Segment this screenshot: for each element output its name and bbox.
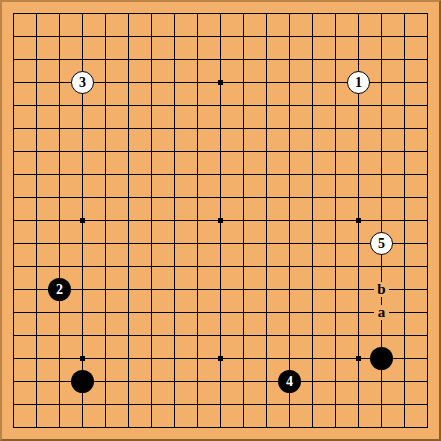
intersection — [2, 186, 25, 209]
intersection — [347, 255, 370, 278]
intersection — [370, 2, 393, 25]
intersection — [416, 163, 439, 186]
intersection — [163, 255, 186, 278]
intersection: b — [370, 278, 393, 301]
intersection — [186, 232, 209, 255]
intersection — [301, 71, 324, 94]
intersection — [25, 71, 48, 94]
intersection — [301, 370, 324, 393]
intersection — [94, 163, 117, 186]
intersection — [71, 278, 94, 301]
intersection — [163, 163, 186, 186]
intersection — [2, 209, 25, 232]
intersection — [71, 301, 94, 324]
intersection — [71, 209, 94, 232]
intersection — [393, 232, 416, 255]
intersection — [324, 25, 347, 48]
intersection — [232, 48, 255, 71]
intersection — [278, 117, 301, 140]
intersection — [117, 163, 140, 186]
intersection — [71, 186, 94, 209]
intersection — [25, 209, 48, 232]
intersection — [48, 71, 71, 94]
intersection — [163, 347, 186, 370]
intersection — [25, 347, 48, 370]
intersection — [140, 71, 163, 94]
intersection — [347, 324, 370, 347]
intersection — [163, 2, 186, 25]
intersection — [117, 232, 140, 255]
intersection — [71, 163, 94, 186]
intersection — [117, 278, 140, 301]
intersection — [48, 48, 71, 71]
black-stone: 4 — [278, 370, 301, 393]
intersection — [94, 301, 117, 324]
intersection — [186, 48, 209, 71]
intersection — [255, 2, 278, 25]
intersection — [209, 255, 232, 278]
intersection — [140, 186, 163, 209]
intersection — [140, 255, 163, 278]
intersection — [209, 393, 232, 416]
star-point — [356, 356, 361, 361]
intersection — [324, 117, 347, 140]
intersection — [48, 25, 71, 48]
intersection — [324, 2, 347, 25]
intersection — [186, 209, 209, 232]
intersection — [48, 232, 71, 255]
intersection — [370, 347, 393, 370]
intersection — [186, 416, 209, 439]
intersection — [278, 25, 301, 48]
intersection — [416, 324, 439, 347]
intersection — [278, 48, 301, 71]
go-board: 3152ba4 — [2, 2, 439, 439]
intersection — [416, 370, 439, 393]
intersection — [48, 94, 71, 117]
intersection — [163, 301, 186, 324]
intersection — [278, 140, 301, 163]
intersection — [163, 25, 186, 48]
intersection — [232, 163, 255, 186]
intersection — [48, 163, 71, 186]
intersection — [393, 347, 416, 370]
intersection — [393, 186, 416, 209]
intersection — [232, 393, 255, 416]
intersection — [393, 94, 416, 117]
intersection — [232, 186, 255, 209]
intersection — [209, 278, 232, 301]
intersection — [25, 232, 48, 255]
intersection — [416, 301, 439, 324]
intersection — [393, 140, 416, 163]
intersection — [347, 370, 370, 393]
intersection — [209, 2, 232, 25]
intersection — [255, 117, 278, 140]
intersection — [324, 163, 347, 186]
intersection — [186, 393, 209, 416]
intersection — [71, 2, 94, 25]
intersection — [347, 393, 370, 416]
intersection — [232, 117, 255, 140]
intersection — [71, 48, 94, 71]
intersection — [416, 347, 439, 370]
intersection — [232, 140, 255, 163]
intersection — [416, 209, 439, 232]
intersection — [324, 71, 347, 94]
intersection — [393, 393, 416, 416]
intersection — [393, 2, 416, 25]
black-stone — [71, 370, 94, 393]
intersection — [48, 393, 71, 416]
intersection — [416, 416, 439, 439]
star-point — [80, 356, 85, 361]
intersection — [347, 25, 370, 48]
intersection — [94, 370, 117, 393]
intersection — [163, 232, 186, 255]
intersection — [117, 48, 140, 71]
intersection — [25, 163, 48, 186]
intersection — [186, 255, 209, 278]
intersection: 2 — [48, 278, 71, 301]
intersection — [2, 163, 25, 186]
intersection — [393, 25, 416, 48]
intersection — [370, 209, 393, 232]
intersection — [370, 255, 393, 278]
intersection — [163, 71, 186, 94]
intersection — [163, 370, 186, 393]
intersection — [25, 117, 48, 140]
intersection — [48, 117, 71, 140]
intersection — [278, 255, 301, 278]
intersection — [117, 370, 140, 393]
intersection — [71, 370, 94, 393]
intersection — [232, 232, 255, 255]
intersection — [140, 416, 163, 439]
intersection — [232, 209, 255, 232]
intersection — [117, 140, 140, 163]
intersection — [71, 140, 94, 163]
intersection — [209, 416, 232, 439]
intersection — [209, 140, 232, 163]
intersection — [94, 209, 117, 232]
intersection: 1 — [347, 71, 370, 94]
intersection — [71, 255, 94, 278]
intersection — [278, 324, 301, 347]
intersection — [232, 71, 255, 94]
intersection — [71, 94, 94, 117]
intersection: a — [370, 301, 393, 324]
intersection — [324, 255, 347, 278]
intersection — [347, 209, 370, 232]
intersection — [324, 416, 347, 439]
intersection — [347, 232, 370, 255]
intersection — [94, 278, 117, 301]
intersection — [71, 393, 94, 416]
white-stone: 1 — [347, 71, 370, 94]
intersection — [278, 71, 301, 94]
intersection: 4 — [278, 370, 301, 393]
intersection — [2, 324, 25, 347]
intersection — [2, 416, 25, 439]
intersection — [163, 117, 186, 140]
intersection — [94, 186, 117, 209]
intersection — [393, 255, 416, 278]
intersection — [232, 301, 255, 324]
intersection — [232, 324, 255, 347]
star-point — [218, 356, 223, 361]
intersection — [301, 25, 324, 48]
intersection — [278, 416, 301, 439]
intersection — [301, 232, 324, 255]
white-stone: 3 — [71, 71, 94, 94]
intersection — [255, 416, 278, 439]
intersection — [94, 71, 117, 94]
intersection — [2, 2, 25, 25]
intersection — [117, 71, 140, 94]
intersection — [301, 301, 324, 324]
intersection — [2, 25, 25, 48]
intersection — [347, 186, 370, 209]
intersection — [209, 117, 232, 140]
intersection — [117, 25, 140, 48]
intersection — [94, 48, 117, 71]
intersection — [232, 255, 255, 278]
intersection — [301, 416, 324, 439]
intersection — [278, 393, 301, 416]
intersection — [416, 117, 439, 140]
intersection — [94, 347, 117, 370]
intersection — [301, 209, 324, 232]
intersection — [347, 2, 370, 25]
intersection — [209, 324, 232, 347]
intersection — [255, 209, 278, 232]
intersection — [163, 209, 186, 232]
intersection — [209, 48, 232, 71]
intersection — [117, 255, 140, 278]
intersection — [25, 48, 48, 71]
intersection — [255, 140, 278, 163]
intersection — [25, 25, 48, 48]
intersection — [94, 324, 117, 347]
intersection — [416, 71, 439, 94]
intersection — [347, 278, 370, 301]
intersection — [232, 347, 255, 370]
intersection — [163, 48, 186, 71]
intersection — [209, 232, 232, 255]
intersection — [209, 347, 232, 370]
intersection — [416, 48, 439, 71]
intersection — [163, 278, 186, 301]
intersection — [324, 94, 347, 117]
intersection — [301, 2, 324, 25]
intersection — [140, 232, 163, 255]
intersection — [347, 140, 370, 163]
intersection — [301, 393, 324, 416]
intersection — [163, 94, 186, 117]
intersection — [301, 255, 324, 278]
intersection — [393, 301, 416, 324]
intersection — [232, 278, 255, 301]
intersection — [393, 117, 416, 140]
intersection — [186, 163, 209, 186]
intersection — [71, 25, 94, 48]
intersection — [163, 324, 186, 347]
intersection — [2, 347, 25, 370]
intersection — [255, 278, 278, 301]
intersection — [117, 393, 140, 416]
intersection — [347, 163, 370, 186]
intersection — [347, 48, 370, 71]
intersection — [117, 2, 140, 25]
intersection — [393, 278, 416, 301]
intersection — [117, 94, 140, 117]
intersection — [370, 140, 393, 163]
intersection — [186, 301, 209, 324]
intersection — [48, 347, 71, 370]
intersection — [209, 163, 232, 186]
star-point — [218, 218, 223, 223]
intersection — [48, 2, 71, 25]
intersection — [232, 25, 255, 48]
intersection — [255, 25, 278, 48]
intersection — [324, 324, 347, 347]
intersection — [370, 186, 393, 209]
intersection — [255, 301, 278, 324]
intersection — [94, 416, 117, 439]
intersection — [209, 25, 232, 48]
intersection — [140, 278, 163, 301]
intersection — [186, 140, 209, 163]
intersection — [255, 393, 278, 416]
intersection — [94, 94, 117, 117]
intersection — [2, 117, 25, 140]
intersection — [2, 94, 25, 117]
intersection — [416, 140, 439, 163]
intersection — [416, 2, 439, 25]
intersection — [140, 324, 163, 347]
intersection — [2, 71, 25, 94]
intersection — [25, 393, 48, 416]
black-stone: 2 — [48, 278, 71, 301]
intersection — [140, 2, 163, 25]
intersection — [347, 347, 370, 370]
intersection — [255, 94, 278, 117]
intersection — [140, 163, 163, 186]
intersection — [324, 370, 347, 393]
intersection — [209, 186, 232, 209]
intersection — [71, 416, 94, 439]
intersection — [209, 301, 232, 324]
intersection — [393, 209, 416, 232]
intersection — [255, 163, 278, 186]
intersection — [71, 117, 94, 140]
intersection — [2, 278, 25, 301]
intersection — [416, 393, 439, 416]
intersection — [347, 117, 370, 140]
intersection — [140, 117, 163, 140]
star-point — [218, 80, 223, 85]
intersection — [255, 370, 278, 393]
intersection — [255, 324, 278, 347]
intersection: 5 — [370, 232, 393, 255]
intersection — [140, 370, 163, 393]
intersection — [416, 255, 439, 278]
intersection — [347, 301, 370, 324]
intersection — [48, 301, 71, 324]
intersection — [232, 2, 255, 25]
intersection — [2, 255, 25, 278]
black-stone — [370, 347, 393, 370]
intersection — [324, 140, 347, 163]
intersection — [324, 209, 347, 232]
intersection — [278, 232, 301, 255]
intersection — [94, 117, 117, 140]
intersection — [186, 370, 209, 393]
intersection — [117, 209, 140, 232]
intersection — [347, 416, 370, 439]
intersection — [48, 416, 71, 439]
intersection — [48, 324, 71, 347]
intersection — [255, 232, 278, 255]
intersection — [370, 163, 393, 186]
intersection — [278, 301, 301, 324]
intersection — [140, 94, 163, 117]
intersection — [370, 117, 393, 140]
intersection — [71, 232, 94, 255]
intersection — [324, 301, 347, 324]
intersection — [416, 232, 439, 255]
intersection — [140, 25, 163, 48]
intersection — [324, 278, 347, 301]
intersection — [186, 94, 209, 117]
intersection — [278, 209, 301, 232]
intersection — [25, 2, 48, 25]
intersection — [370, 94, 393, 117]
intersection — [301, 163, 324, 186]
intersection — [393, 416, 416, 439]
go-board-diagram: 3152ba4 — [0, 0, 441, 441]
intersection — [186, 25, 209, 48]
intersection — [117, 186, 140, 209]
point-label-a: a — [374, 305, 389, 320]
intersection — [186, 2, 209, 25]
intersection — [416, 186, 439, 209]
intersection — [255, 71, 278, 94]
intersection — [25, 255, 48, 278]
intersection — [370, 324, 393, 347]
intersection — [370, 25, 393, 48]
intersection — [186, 71, 209, 94]
intersection — [163, 140, 186, 163]
intersection — [2, 232, 25, 255]
intersection — [25, 94, 48, 117]
intersection — [301, 278, 324, 301]
intersection — [163, 416, 186, 439]
intersection — [48, 186, 71, 209]
intersection — [416, 94, 439, 117]
intersection — [255, 48, 278, 71]
intersection — [370, 48, 393, 71]
intersection — [25, 370, 48, 393]
intersection — [186, 278, 209, 301]
intersection — [255, 186, 278, 209]
intersection — [94, 232, 117, 255]
star-point — [356, 218, 361, 223]
intersection — [393, 324, 416, 347]
intersection — [140, 347, 163, 370]
intersection — [301, 117, 324, 140]
